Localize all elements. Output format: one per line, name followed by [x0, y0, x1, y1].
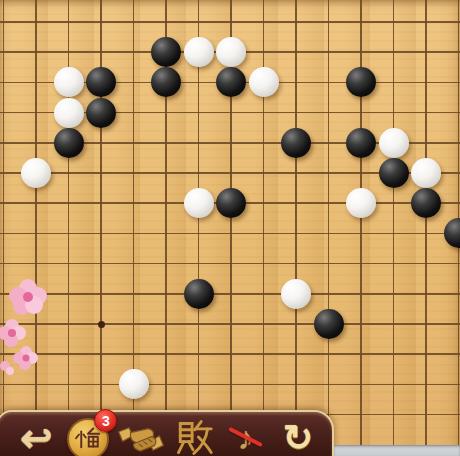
grid-line-vertical	[35, 0, 37, 447]
game-toolbar: ↩ 3	[0, 410, 334, 456]
black-stone	[411, 188, 441, 218]
black-stone	[86, 98, 116, 128]
grid-line-horizontal	[0, 233, 460, 235]
black-stone	[216, 67, 246, 97]
bai-character-icon	[173, 418, 213, 456]
black-stone	[216, 188, 246, 218]
white-stone	[346, 188, 376, 218]
white-stone	[119, 369, 149, 399]
white-stone	[184, 37, 214, 67]
white-stone	[21, 158, 51, 188]
grid-line-vertical	[328, 0, 330, 447]
grid-line-horizontal	[0, 384, 460, 386]
return-arrow-icon: ↩	[20, 419, 52, 456]
grid-line-vertical	[425, 0, 427, 447]
black-stone	[379, 158, 409, 188]
black-stone	[281, 128, 311, 158]
white-stone	[379, 128, 409, 158]
black-stone	[54, 128, 84, 158]
handshake-icon	[117, 422, 165, 456]
grid-line-horizontal	[0, 353, 460, 355]
white-stone	[249, 67, 279, 97]
request-undo-button[interactable]: 3	[64, 413, 112, 456]
grid-line-vertical	[393, 0, 395, 447]
grid-line-horizontal	[0, 21, 460, 23]
white-stone	[54, 98, 84, 128]
white-stone	[411, 158, 441, 188]
grid-line-vertical	[198, 0, 200, 447]
offer-draw-button[interactable]	[117, 413, 165, 456]
white-stone	[54, 67, 84, 97]
star-point	[98, 321, 105, 328]
black-stone	[346, 128, 376, 158]
grid-line-horizontal	[0, 263, 460, 265]
black-stone	[314, 309, 344, 339]
board-grid[interactable]	[0, 0, 460, 456]
black-stone	[86, 67, 116, 97]
undo-count-badge: 3	[94, 409, 117, 432]
black-stone	[151, 37, 181, 67]
mute-sound-button[interactable]: ♪	[221, 413, 269, 456]
black-stone	[184, 279, 214, 309]
black-stone	[151, 67, 181, 97]
white-stone	[281, 279, 311, 309]
black-stone	[346, 67, 376, 97]
grid-line-vertical	[3, 0, 5, 447]
grid-line-horizontal	[0, 323, 460, 325]
go-app-screen: ↩ 3	[0, 0, 460, 456]
back-undo-button[interactable]: ↩	[12, 413, 60, 456]
grid-line-horizontal	[0, 293, 460, 295]
grid-line-vertical	[295, 0, 297, 447]
bottom-gray-strip	[334, 445, 460, 456]
restart-button[interactable]: ↻	[274, 413, 322, 456]
white-stone	[184, 188, 214, 218]
refresh-icon: ↻	[283, 420, 313, 456]
white-stone	[216, 37, 246, 67]
black-stone	[444, 218, 460, 248]
resign-button[interactable]	[169, 413, 217, 456]
